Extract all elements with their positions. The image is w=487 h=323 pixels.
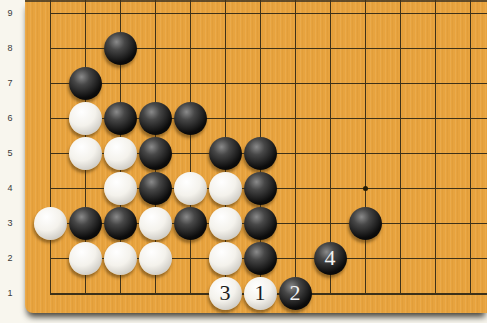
intersection[interactable] bbox=[313, 31, 348, 66]
black-stone: 4 bbox=[314, 242, 347, 275]
intersection[interactable] bbox=[418, 276, 453, 311]
intersection[interactable] bbox=[68, 66, 103, 101]
intersection[interactable] bbox=[68, 101, 103, 136]
intersection[interactable] bbox=[173, 66, 208, 101]
intersection[interactable] bbox=[453, 0, 487, 31]
intersection[interactable] bbox=[173, 136, 208, 171]
intersection[interactable] bbox=[383, 0, 418, 31]
intersection[interactable] bbox=[33, 66, 68, 101]
intersection[interactable] bbox=[383, 136, 418, 171]
intersection[interactable] bbox=[138, 276, 173, 311]
intersection[interactable] bbox=[138, 0, 173, 31]
intersection[interactable] bbox=[313, 276, 348, 311]
intersection[interactable] bbox=[208, 101, 243, 136]
intersection[interactable]: 4 bbox=[313, 241, 348, 276]
intersection[interactable] bbox=[103, 66, 138, 101]
intersection[interactable] bbox=[103, 101, 138, 136]
row-label: 4 bbox=[2, 182, 18, 194]
row-label: 5 bbox=[2, 147, 18, 159]
white-stone bbox=[209, 242, 242, 275]
intersection[interactable]: 3 bbox=[208, 276, 243, 311]
intersection[interactable] bbox=[243, 206, 278, 241]
intersection[interactable] bbox=[33, 276, 68, 311]
intersection[interactable] bbox=[103, 31, 138, 66]
move-number: 4 bbox=[314, 242, 347, 275]
black-stone bbox=[244, 242, 277, 275]
intersection[interactable] bbox=[208, 171, 243, 206]
intersection[interactable] bbox=[278, 206, 313, 241]
black-stone bbox=[104, 32, 137, 65]
intersection[interactable] bbox=[68, 136, 103, 171]
black-stone bbox=[104, 207, 137, 240]
black-stone bbox=[349, 207, 382, 240]
board-grid: 4312 bbox=[33, 0, 487, 311]
intersection[interactable] bbox=[33, 31, 68, 66]
intersection[interactable] bbox=[453, 31, 487, 66]
white-stone bbox=[139, 207, 172, 240]
intersection[interactable] bbox=[243, 101, 278, 136]
intersection[interactable] bbox=[103, 0, 138, 31]
intersection[interactable] bbox=[313, 206, 348, 241]
move-number: 3 bbox=[209, 277, 242, 310]
black-stone bbox=[69, 67, 102, 100]
intersection[interactable] bbox=[418, 171, 453, 206]
intersection[interactable] bbox=[383, 31, 418, 66]
intersection[interactable] bbox=[173, 206, 208, 241]
intersection[interactable] bbox=[383, 66, 418, 101]
intersection[interactable] bbox=[453, 206, 487, 241]
white-stone bbox=[104, 172, 137, 205]
move-number: 2 bbox=[279, 277, 312, 310]
intersection[interactable] bbox=[68, 276, 103, 311]
row-label: 8 bbox=[2, 42, 18, 54]
intersection[interactable] bbox=[173, 241, 208, 276]
white-stone bbox=[34, 207, 67, 240]
intersection[interactable] bbox=[278, 171, 313, 206]
intersection[interactable] bbox=[68, 31, 103, 66]
move-number: 1 bbox=[244, 277, 277, 310]
row-label: 1 bbox=[2, 287, 18, 299]
white-stone bbox=[104, 137, 137, 170]
intersection[interactable] bbox=[33, 206, 68, 241]
intersection[interactable] bbox=[243, 66, 278, 101]
intersection[interactable] bbox=[243, 241, 278, 276]
intersection[interactable] bbox=[418, 241, 453, 276]
row-label: 3 bbox=[2, 217, 18, 229]
intersection[interactable] bbox=[208, 136, 243, 171]
intersection[interactable] bbox=[103, 171, 138, 206]
row-label: 9 bbox=[2, 7, 18, 19]
intersection[interactable] bbox=[138, 31, 173, 66]
intersection[interactable] bbox=[453, 66, 487, 101]
intersection[interactable] bbox=[278, 136, 313, 171]
white-stone bbox=[174, 172, 207, 205]
intersection[interactable] bbox=[243, 0, 278, 31]
white-stone bbox=[139, 242, 172, 275]
white-stone bbox=[209, 172, 242, 205]
intersection[interactable] bbox=[138, 66, 173, 101]
intersection[interactable] bbox=[68, 171, 103, 206]
intersection[interactable] bbox=[33, 101, 68, 136]
intersection[interactable] bbox=[68, 206, 103, 241]
intersection[interactable] bbox=[278, 66, 313, 101]
row-label: 6 bbox=[2, 112, 18, 124]
white-stone: 1 bbox=[244, 277, 277, 310]
intersection[interactable] bbox=[138, 101, 173, 136]
intersection[interactable] bbox=[278, 0, 313, 31]
intersection[interactable] bbox=[383, 101, 418, 136]
intersection[interactable] bbox=[138, 241, 173, 276]
intersection[interactable] bbox=[348, 66, 383, 101]
intersection[interactable] bbox=[103, 241, 138, 276]
intersection[interactable] bbox=[138, 206, 173, 241]
intersection[interactable] bbox=[208, 206, 243, 241]
intersection[interactable] bbox=[103, 136, 138, 171]
intersection[interactable] bbox=[278, 241, 313, 276]
intersection[interactable] bbox=[33, 0, 68, 31]
intersection[interactable] bbox=[348, 136, 383, 171]
white-stone bbox=[104, 242, 137, 275]
black-stone bbox=[244, 207, 277, 240]
black-stone: 2 bbox=[279, 277, 312, 310]
intersection[interactable] bbox=[173, 0, 208, 31]
intersection[interactable] bbox=[383, 206, 418, 241]
black-stone bbox=[209, 137, 242, 170]
intersection[interactable] bbox=[103, 276, 138, 311]
intersection[interactable] bbox=[418, 0, 453, 31]
intersection[interactable] bbox=[313, 136, 348, 171]
intersection[interactable] bbox=[453, 101, 487, 136]
black-stone bbox=[139, 172, 172, 205]
intersection[interactable] bbox=[278, 101, 313, 136]
intersection[interactable] bbox=[33, 136, 68, 171]
intersection[interactable] bbox=[418, 66, 453, 101]
black-stone bbox=[174, 102, 207, 135]
intersection[interactable] bbox=[348, 206, 383, 241]
intersection[interactable] bbox=[348, 31, 383, 66]
black-stone bbox=[244, 137, 277, 170]
intersection[interactable] bbox=[453, 171, 487, 206]
intersection[interactable] bbox=[138, 171, 173, 206]
intersection[interactable] bbox=[348, 101, 383, 136]
intersection[interactable] bbox=[383, 241, 418, 276]
intersection[interactable] bbox=[278, 31, 313, 66]
white-stone bbox=[69, 102, 102, 135]
intersection[interactable] bbox=[313, 101, 348, 136]
intersection[interactable] bbox=[453, 276, 487, 311]
intersection[interactable] bbox=[453, 136, 487, 171]
white-stone: 3 bbox=[209, 277, 242, 310]
black-stone bbox=[104, 102, 137, 135]
intersection[interactable] bbox=[313, 171, 348, 206]
intersection[interactable] bbox=[138, 136, 173, 171]
white-stone bbox=[209, 207, 242, 240]
intersection[interactable] bbox=[348, 171, 383, 206]
intersection[interactable] bbox=[453, 241, 487, 276]
black-stone bbox=[69, 207, 102, 240]
black-stone bbox=[139, 137, 172, 170]
intersection[interactable] bbox=[243, 31, 278, 66]
intersection[interactable] bbox=[208, 31, 243, 66]
intersection[interactable] bbox=[348, 276, 383, 311]
intersection[interactable] bbox=[33, 241, 68, 276]
intersection[interactable] bbox=[173, 276, 208, 311]
intersection[interactable] bbox=[313, 0, 348, 31]
intersection[interactable] bbox=[348, 241, 383, 276]
intersection[interactable] bbox=[418, 206, 453, 241]
row-label: 7 bbox=[2, 77, 18, 89]
intersection[interactable] bbox=[243, 136, 278, 171]
intersection[interactable] bbox=[33, 171, 68, 206]
intersection[interactable] bbox=[68, 0, 103, 31]
intersection[interactable] bbox=[383, 276, 418, 311]
intersection[interactable] bbox=[68, 241, 103, 276]
intersection[interactable] bbox=[383, 171, 418, 206]
intersection[interactable] bbox=[243, 171, 278, 206]
intersection[interactable] bbox=[208, 241, 243, 276]
black-stone bbox=[244, 172, 277, 205]
intersection[interactable] bbox=[208, 0, 243, 31]
intersection[interactable] bbox=[173, 31, 208, 66]
intersection[interactable] bbox=[208, 66, 243, 101]
row-label: 2 bbox=[2, 252, 18, 264]
intersection[interactable] bbox=[418, 101, 453, 136]
intersection[interactable] bbox=[418, 31, 453, 66]
intersection[interactable]: 2 bbox=[278, 276, 313, 311]
intersection[interactable] bbox=[418, 136, 453, 171]
white-stone bbox=[69, 137, 102, 170]
intersection[interactable]: 1 bbox=[243, 276, 278, 311]
intersection[interactable] bbox=[173, 171, 208, 206]
go-diagram: 4312 987654321 bbox=[0, 0, 487, 323]
intersection[interactable] bbox=[173, 101, 208, 136]
intersection[interactable] bbox=[313, 66, 348, 101]
intersection[interactable] bbox=[103, 206, 138, 241]
black-stone bbox=[174, 207, 207, 240]
intersection[interactable] bbox=[348, 0, 383, 31]
black-stone bbox=[139, 102, 172, 135]
white-stone bbox=[69, 242, 102, 275]
